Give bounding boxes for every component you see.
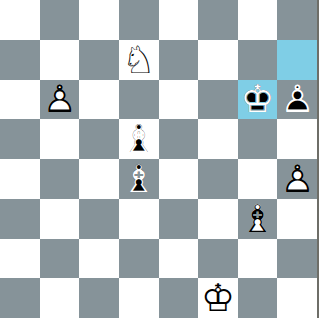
black-bishop[interactable]: ♝♗ (119, 119, 159, 159)
black-bishop[interactable]: ♝♗ (119, 159, 159, 199)
square-g8[interactable] (238, 0, 278, 40)
black-pawn[interactable]: ♟♙ (277, 80, 317, 120)
square-h6[interactable]: ♟♙ (277, 80, 317, 120)
square-e8[interactable] (159, 0, 199, 40)
square-a6[interactable] (0, 80, 40, 120)
square-b1[interactable] (40, 278, 80, 318)
square-f4[interactable] (198, 159, 238, 199)
square-c4[interactable] (79, 159, 119, 199)
square-h4[interactable]: ♟♙ (277, 159, 317, 199)
piece-outline-glyph: ♙ (42, 80, 76, 118)
square-d1[interactable] (119, 278, 159, 318)
square-a7[interactable] (0, 40, 40, 80)
square-e6[interactable] (159, 80, 199, 120)
square-h5[interactable] (277, 119, 317, 159)
square-c6[interactable] (79, 80, 119, 120)
square-g6[interactable]: ♚♔ (238, 80, 278, 120)
square-g5[interactable] (238, 119, 278, 159)
square-b7[interactable] (40, 40, 80, 80)
square-d4[interactable]: ♝♗ (119, 159, 159, 199)
square-a8[interactable] (0, 0, 40, 40)
square-a5[interactable] (0, 119, 40, 159)
black-king[interactable]: ♚♔ (238, 80, 278, 120)
square-b3[interactable] (40, 199, 80, 239)
square-h7[interactable] (277, 40, 317, 80)
square-f7[interactable] (198, 40, 238, 80)
square-h3[interactable] (277, 199, 317, 239)
square-f3[interactable] (198, 199, 238, 239)
square-e4[interactable] (159, 159, 199, 199)
square-g4[interactable] (238, 159, 278, 199)
square-c5[interactable] (79, 119, 119, 159)
white-bishop[interactable]: ♝♗ (238, 199, 278, 239)
square-b4[interactable] (40, 159, 80, 199)
square-g2[interactable] (238, 239, 278, 279)
square-a3[interactable] (0, 199, 40, 239)
white-pawn[interactable]: ♟♙ (277, 159, 317, 199)
square-a1[interactable] (0, 278, 40, 318)
square-a2[interactable] (0, 239, 40, 279)
piece-outline-glyph: ♘ (122, 41, 156, 79)
white-pawn[interactable]: ♟♙ (40, 80, 80, 120)
piece-outline-glyph: ♙ (280, 80, 314, 118)
square-b5[interactable] (40, 119, 80, 159)
square-e7[interactable] (159, 40, 199, 80)
square-f5[interactable] (198, 119, 238, 159)
square-d5[interactable]: ♝♗ (119, 119, 159, 159)
square-g3[interactable]: ♝♗ (238, 199, 278, 239)
piece-outline-glyph: ♙ (280, 160, 314, 198)
square-h2[interactable] (277, 239, 317, 279)
chess-board: ♞♘♟♙♚♔♟♙♝♗♝♗♟♙♝♗♚♔ (0, 0, 319, 318)
square-c8[interactable] (79, 0, 119, 40)
square-d6[interactable] (119, 80, 159, 120)
square-b6[interactable]: ♟♙ (40, 80, 80, 120)
square-d7[interactable]: ♞♘ (119, 40, 159, 80)
square-e5[interactable] (159, 119, 199, 159)
square-c2[interactable] (79, 239, 119, 279)
square-e3[interactable] (159, 199, 199, 239)
square-b8[interactable] (40, 0, 80, 40)
square-h8[interactable] (277, 0, 317, 40)
square-c1[interactable] (79, 278, 119, 318)
square-f8[interactable] (198, 0, 238, 40)
square-e2[interactable] (159, 239, 199, 279)
square-f2[interactable] (198, 239, 238, 279)
square-g7[interactable] (238, 40, 278, 80)
piece-outline-glyph: ♗ (241, 200, 275, 238)
square-d3[interactable] (119, 199, 159, 239)
square-e1[interactable] (159, 278, 199, 318)
white-king[interactable]: ♚♔ (198, 278, 238, 318)
piece-outline-glyph: ♔ (241, 80, 275, 118)
square-g1[interactable] (238, 278, 278, 318)
square-f1[interactable]: ♚♔ (198, 278, 238, 318)
piece-outline-glyph: ♔ (201, 279, 235, 317)
square-h1[interactable] (277, 278, 317, 318)
piece-outline-glyph: ♗ (122, 160, 156, 198)
piece-outline-glyph: ♗ (122, 120, 156, 158)
square-a4[interactable] (0, 159, 40, 199)
square-f6[interactable] (198, 80, 238, 120)
white-knight[interactable]: ♞♘ (119, 40, 159, 80)
square-d2[interactable] (119, 239, 159, 279)
square-c3[interactable] (79, 199, 119, 239)
square-b2[interactable] (40, 239, 80, 279)
square-c7[interactable] (79, 40, 119, 80)
square-d8[interactable] (119, 0, 159, 40)
